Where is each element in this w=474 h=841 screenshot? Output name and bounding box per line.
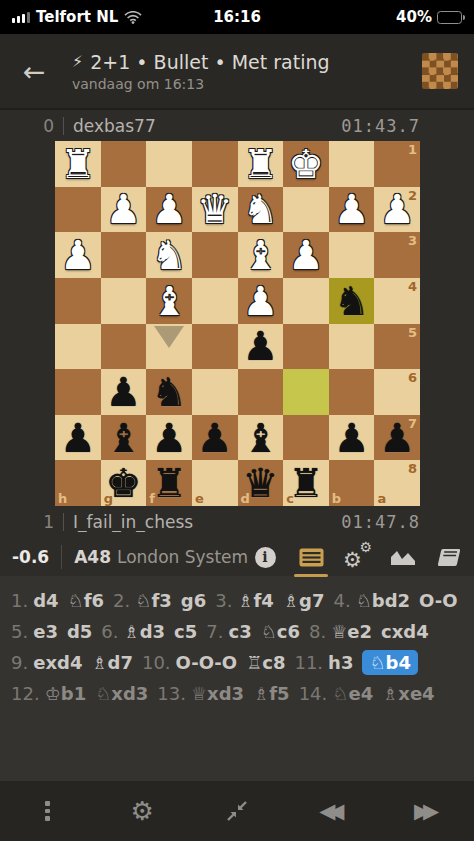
player-bottom-clock: 01:47.8 — [341, 512, 420, 532]
file-label-d: d — [241, 491, 250, 506]
tab-chart[interactable] — [390, 544, 416, 570]
move[interactable]: d5 — [67, 621, 92, 642]
square-c5[interactable] — [283, 324, 329, 370]
square-f4[interactable]: ♝ — [146, 278, 192, 324]
move[interactable]: ♗f4 — [237, 590, 274, 611]
square-e1[interactable] — [192, 141, 238, 187]
status-bar: Telfort NL 16:16 40% — [0, 0, 474, 34]
player-bottom-row: 1 I_fail_in_chess 01:47.8 — [0, 506, 474, 538]
square-b6[interactable] — [329, 369, 375, 415]
forward-button[interactable]: ▶▶ — [397, 789, 457, 833]
gear-icon: ⚙ — [131, 798, 154, 824]
square-g2[interactable]: ♟ — [101, 187, 147, 233]
rank-label-5: 5 — [408, 325, 417, 340]
black-knight-b4[interactable]: ♞ — [334, 281, 370, 321]
info-icon: i — [255, 547, 276, 568]
white-pawn-b2[interactable]: ♟ — [334, 189, 370, 229]
vertical-dots-icon — [45, 801, 50, 821]
square-g7[interactable]: ♝ — [101, 415, 147, 461]
square-d4[interactable]: ♟ — [238, 278, 284, 324]
move-line: 1.d4♘f62.♘f3g63.♗f4♗g74.♘bd2O-O — [11, 585, 463, 616]
board-thumbnail-icon[interactable] — [422, 53, 458, 89]
square-d3[interactable]: ♝ — [238, 232, 284, 278]
divider — [63, 513, 64, 531]
black-pawn-b7[interactable]: ♟ — [334, 418, 370, 458]
black-rook-f8[interactable]: ♜ — [151, 463, 187, 503]
file-label-g: g — [104, 491, 113, 506]
move[interactable]: O-O — [419, 590, 457, 611]
opening-code: A48 — [74, 547, 111, 567]
player-top-clock: 01:43.7 — [341, 116, 420, 136]
square-e8[interactable]: e — [192, 460, 238, 506]
move-number: 14. — [299, 683, 328, 704]
square-a5[interactable]: 5 — [374, 324, 420, 370]
move[interactable]: exd4 — [33, 652, 82, 673]
square-a2[interactable]: ♟2 — [374, 187, 420, 233]
square-d5[interactable]: ♟ — [238, 324, 284, 370]
square-g8[interactable]: ♚g — [101, 460, 147, 506]
chart-icon — [390, 548, 416, 566]
square-h4[interactable] — [55, 278, 101, 324]
file-label-f: f — [149, 491, 155, 506]
file-label-b: b — [332, 491, 341, 506]
move-number: 12. — [11, 683, 40, 704]
move-number: 6. — [101, 621, 118, 642]
square-g5[interactable] — [101, 324, 147, 370]
game-header: ← ⚡ 2+1 • Bullet • Met rating vandaag om… — [0, 34, 474, 110]
square-g6[interactable]: ♟ — [101, 369, 147, 415]
square-e5[interactable] — [192, 324, 238, 370]
square-a8[interactable]: 8a — [374, 460, 420, 506]
rewind-button[interactable]: ◀◀ — [302, 789, 362, 833]
square-h8[interactable]: h — [55, 460, 101, 506]
file-label-c: c — [286, 491, 294, 506]
black-bishop-g7[interactable]: ♝ — [106, 418, 142, 458]
move-line: 5.e3d56.♗d3c57.c3♘c68.♕e2cxd4 — [11, 616, 463, 647]
move[interactable]: ♗f5 — [253, 683, 290, 704]
move[interactable]: cxd4 — [381, 621, 429, 642]
player-bottom-name[interactable]: I_fail_in_chess — [73, 512, 341, 532]
board-area: ♜♜♚1♟♟♛♞♟♟2♟♞♝♟3♝♟♞4♟5♟♞6♟♝♟♟♝♟♟7h♚g♜fe♛… — [0, 141, 474, 506]
move-line: 12.♔b1♘xd313.♕xd3♗f514.♘e4♗xe4 — [11, 678, 463, 709]
player-bottom-score: 1 — [38, 512, 54, 532]
move[interactable]: O-O-O — [176, 652, 238, 673]
white-knight-f3[interactable]: ♞ — [151, 235, 187, 275]
rank-label-8: 8 — [408, 461, 417, 476]
move[interactable]: ♗d3 — [124, 621, 166, 642]
tab-book[interactable] — [436, 544, 462, 570]
square-h6[interactable] — [55, 369, 101, 415]
move-number: 1. — [11, 590, 28, 611]
square-e4[interactable] — [192, 278, 238, 324]
black-pawn-f7[interactable]: ♟ — [151, 418, 187, 458]
square-e6[interactable] — [192, 369, 238, 415]
square-c2[interactable] — [283, 187, 329, 233]
divider — [61, 545, 62, 569]
gears-icon: ⚙⚙ — [344, 545, 370, 569]
move-number: 3. — [215, 590, 232, 611]
square-c4[interactable] — [283, 278, 329, 324]
square-h2[interactable] — [55, 187, 101, 233]
square-b7[interactable]: ♟ — [329, 415, 375, 461]
move[interactable]: g6 — [181, 590, 206, 611]
player-top-score: 0 — [38, 116, 54, 136]
analysis-bar: -0.6 A48London System i ⚙⚙ — [0, 538, 474, 576]
black-pawn-g6[interactable]: ♟ — [106, 372, 142, 412]
square-g1[interactable] — [101, 141, 147, 187]
square-b4[interactable]: ♞ — [329, 278, 375, 324]
move-list-icon — [299, 548, 324, 567]
current-move[interactable]: ♘b4 — [362, 650, 418, 675]
move[interactable]: ♘c6 — [261, 621, 300, 642]
square-e7[interactable]: ♟ — [192, 415, 238, 461]
move[interactable]: ♕xd3 — [191, 683, 244, 704]
square-f5[interactable] — [146, 324, 192, 370]
menu-button[interactable] — [17, 789, 77, 833]
rank-label-6: 6 — [408, 370, 417, 385]
file-label-h: h — [58, 491, 67, 506]
collapse-button[interactable] — [207, 789, 267, 833]
square-a6[interactable]: 6 — [374, 369, 420, 415]
move[interactable]: ♔b1 — [45, 683, 87, 704]
rewind-icon: ◀◀ — [319, 799, 344, 823]
move[interactable]: e3 — [33, 621, 58, 642]
square-c8[interactable]: ♜c — [283, 460, 329, 506]
square-f7[interactable]: ♟ — [146, 415, 192, 461]
move[interactable]: ♗xe4 — [382, 683, 434, 704]
move-line: 9.exd4♗d710.O-O-O♖c811.h3♘b4 — [11, 647, 463, 678]
move[interactable]: ♘bd2 — [356, 590, 410, 611]
square-a7[interactable]: ♟7 — [374, 415, 420, 461]
square-h5[interactable] — [55, 324, 101, 370]
info-button[interactable]: i — [252, 544, 278, 570]
black-bishop-d7[interactable]: ♝ — [242, 418, 278, 458]
chess-board[interactable]: ♜♜♚1♟♟♛♞♟♟2♟♞♝♟3♝♟♞4♟5♟♞6♟♝♟♟♝♟♟7h♚g♜fe♛… — [55, 141, 420, 506]
settings-button[interactable]: ⚙ — [112, 789, 172, 833]
white-pawn-d4[interactable]: ♟ — [242, 281, 278, 321]
white-pawn-c3[interactable]: ♟ — [288, 235, 324, 275]
square-d6[interactable] — [238, 369, 284, 415]
square-f3[interactable]: ♞ — [146, 232, 192, 278]
tab-engine-settings[interactable]: ⚙⚙ — [344, 544, 370, 570]
white-king-c1[interactable]: ♚ — [288, 144, 324, 184]
square-a3[interactable]: 3 — [374, 232, 420, 278]
move[interactable]: ♕e2 — [331, 621, 372, 642]
last-move-highlight — [283, 369, 329, 415]
square-g4[interactable] — [101, 278, 147, 324]
white-bishop-f4[interactable]: ♝ — [151, 281, 187, 321]
square-d7[interactable]: ♝ — [238, 415, 284, 461]
eval-score: -0.6 — [12, 547, 49, 567]
collapse-icon — [225, 799, 249, 823]
tab-moves-active[interactable] — [298, 544, 324, 570]
square-c7[interactable] — [283, 415, 329, 461]
move[interactable]: ♘f3 — [135, 590, 172, 611]
drag-ghost-arrowhead — [154, 326, 184, 348]
game-date: vandaag om 16:13 — [72, 76, 422, 92]
game-title: ⚡ 2+1 • Bullet • Met rating — [72, 51, 422, 73]
cell-signal-icon — [12, 11, 30, 23]
white-pawn-f2[interactable]: ♟ — [151, 189, 187, 229]
rank-label-3: 3 — [408, 233, 417, 248]
square-f1[interactable] — [146, 141, 192, 187]
square-a1[interactable]: 1 — [374, 141, 420, 187]
back-button[interactable]: ← — [10, 56, 58, 87]
bottom-toolbar: ⚙ ◀◀ ▶▶ — [0, 781, 474, 841]
move-number: 11. — [294, 652, 323, 673]
white-queen-e2[interactable]: ♛ — [197, 189, 233, 229]
move-number: 10. — [142, 652, 171, 673]
move-number: 9. — [11, 652, 28, 673]
white-pawn-g2[interactable]: ♟ — [106, 189, 142, 229]
move[interactable]: c5 — [174, 621, 197, 642]
white-pawn-h3[interactable]: ♟ — [60, 235, 96, 275]
square-f6[interactable]: ♞ — [146, 369, 192, 415]
book-icon — [437, 548, 461, 567]
rank-label-4: 4 — [408, 279, 417, 294]
app-screen: Telfort NL 16:16 40% ← ⚡ 2+1 • Bullet • … — [0, 0, 474, 841]
square-c1[interactable]: ♚ — [283, 141, 329, 187]
move[interactable]: c3 — [228, 621, 251, 642]
square-h7[interactable]: ♟ — [55, 415, 101, 461]
black-pawn-d5[interactable]: ♟ — [242, 326, 278, 366]
battery-icon — [437, 11, 462, 24]
opening-label: A48London System — [74, 547, 248, 567]
square-h1[interactable]: ♜ — [55, 141, 101, 187]
white-knight-d2[interactable]: ♞ — [242, 189, 278, 229]
square-c3[interactable]: ♟ — [283, 232, 329, 278]
move[interactable]: ♗d7 — [91, 652, 133, 673]
square-b3[interactable] — [329, 232, 375, 278]
battery-percent: 40% — [396, 8, 432, 26]
square-b2[interactable]: ♟ — [329, 187, 375, 233]
move-number: 2. — [113, 590, 130, 611]
black-knight-f6[interactable]: ♞ — [151, 372, 187, 412]
black-pawn-h7[interactable]: ♟ — [60, 418, 96, 458]
square-b1[interactable] — [329, 141, 375, 187]
square-c6[interactable] — [283, 369, 329, 415]
white-rook-h1[interactable]: ♜ — [60, 144, 96, 184]
move[interactable]: d4 — [33, 590, 58, 611]
square-d8[interactable]: ♛d — [238, 460, 284, 506]
move-number: 8. — [309, 621, 326, 642]
white-rook-d1[interactable]: ♜ — [242, 144, 278, 184]
file-label-a: a — [377, 491, 386, 506]
square-b5[interactable] — [329, 324, 375, 370]
square-f2[interactable]: ♟ — [146, 187, 192, 233]
carrier-label: Telfort NL — [36, 8, 118, 26]
square-h3[interactable]: ♟ — [55, 232, 101, 278]
move-number: 7. — [206, 621, 223, 642]
white-bishop-d3[interactable]: ♝ — [242, 235, 278, 275]
square-d2[interactable]: ♞ — [238, 187, 284, 233]
bullet-icon: ⚡ — [72, 52, 83, 71]
move[interactable]: ♘f6 — [68, 590, 105, 611]
move[interactable]: ♘e4 — [332, 683, 373, 704]
move[interactable]: ♘xd3 — [95, 683, 148, 704]
square-d1[interactable]: ♜ — [238, 141, 284, 187]
player-top-name[interactable]: dexbas77 — [73, 116, 341, 136]
rank-label-7: 7 — [408, 416, 417, 431]
black-pawn-e7[interactable]: ♟ — [197, 418, 233, 458]
move[interactable]: ♖c8 — [246, 652, 285, 673]
square-b8[interactable]: b — [329, 460, 375, 506]
move[interactable]: h3 — [328, 652, 353, 673]
move-number: 4. — [333, 590, 350, 611]
move-number: 13. — [157, 683, 186, 704]
wifi-icon — [124, 11, 142, 24]
square-g3[interactable] — [101, 232, 147, 278]
divider — [63, 117, 64, 135]
rank-label-1: 1 — [408, 142, 417, 157]
active-tab-underline — [294, 574, 328, 577]
file-label-e: e — [195, 491, 204, 506]
opening-name: London System — [117, 547, 248, 567]
rank-label-2: 2 — [408, 188, 417, 203]
move-list: 1.d4♘f62.♘f3g63.♗f4♗g74.♘bd2O-O5.e3d56.♗… — [0, 576, 474, 781]
move[interactable]: ♗g7 — [283, 590, 325, 611]
game-title-text: 2+1 • Bullet • Met rating — [90, 51, 329, 73]
square-e3[interactable] — [192, 232, 238, 278]
move-number: 5. — [11, 621, 28, 642]
square-a4[interactable]: 4 — [374, 278, 420, 324]
player-top-row: 0 dexbas77 01:43.7 — [0, 110, 474, 141]
square-e2[interactable]: ♛ — [192, 187, 238, 233]
square-f8[interactable]: ♜f — [146, 460, 192, 506]
forward-icon: ▶▶ — [414, 799, 439, 823]
